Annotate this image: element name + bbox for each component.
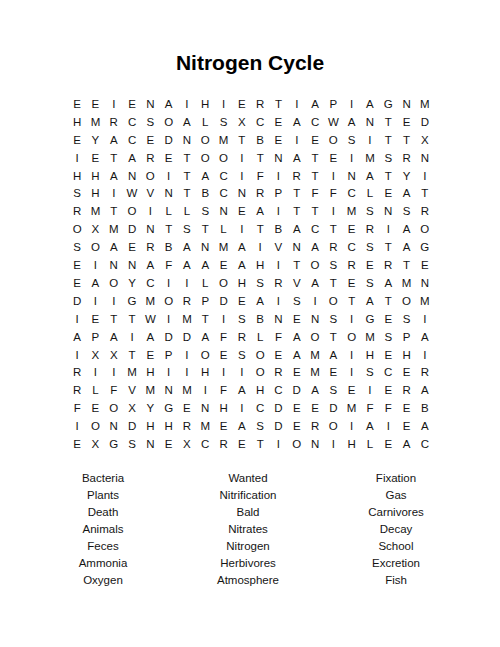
word-ammonia: Ammonia	[38, 555, 168, 572]
grid-cell-r14c4: I	[123, 328, 141, 346]
grid-cell-r7c16: M	[342, 202, 360, 220]
grid-cell-r1c10: E	[233, 95, 251, 113]
grid-cell-r1c1: E	[68, 95, 86, 113]
grid-cell-r3c10: T	[233, 131, 251, 149]
grid-cell-r2c13: A	[288, 113, 306, 131]
grid-cell-r1c6: A	[159, 95, 177, 113]
grid-cell-r10c4: N	[123, 256, 141, 274]
grid-cell-r13c19: S	[397, 310, 415, 328]
grid-cell-r18c15: D	[324, 399, 342, 417]
grid-cell-r9c7: A	[178, 238, 196, 256]
word-fish: Fish	[331, 572, 461, 589]
grid-cell-r17c17: I	[361, 381, 379, 399]
grid-cell-r2c18: T	[379, 113, 397, 131]
grid-cell-r13c9: I	[214, 310, 232, 328]
grid-cell-r17c16: E	[342, 381, 360, 399]
grid-cell-r10c16: R	[342, 256, 360, 274]
grid-cell-r10c12: I	[269, 256, 287, 274]
grid-cell-r19c19: E	[397, 417, 415, 435]
grid-cell-r1c2: E	[86, 95, 104, 113]
grid-cell-r6c16: C	[342, 184, 360, 202]
grid-cell-r4c2: E	[86, 149, 104, 167]
grid-cell-r6c11: R	[251, 184, 269, 202]
word-death: Death	[38, 504, 168, 521]
grid-cell-r19c14: R	[306, 417, 324, 435]
grid-cell-r5c5: O	[141, 167, 159, 185]
grid-cell-r19c10: A	[233, 417, 251, 435]
grid-cell-r9c8: N	[196, 238, 214, 256]
grid-cell-r8c20: O	[416, 220, 434, 238]
grid-cell-r2c10: X	[233, 113, 251, 131]
grid-cell-r17c10: A	[233, 381, 251, 399]
grid-cell-r15c13: A	[288, 346, 306, 364]
grid-cell-r11c16: E	[342, 274, 360, 292]
grid-cell-r13c6: I	[159, 310, 177, 328]
grid-cell-r12c12: I	[269, 292, 287, 310]
grid-cell-r9c5: R	[141, 238, 159, 256]
grid-cell-r10c19: T	[397, 256, 415, 274]
grid-cell-r7c5: I	[141, 202, 159, 220]
word-gas: Gas	[331, 487, 461, 504]
grid-cell-r15c16: I	[342, 346, 360, 364]
grid-cell-r1c17: A	[361, 95, 379, 113]
grid-cell-r9c10: A	[233, 238, 251, 256]
grid-cell-r16c13: E	[288, 363, 306, 381]
grid-cell-r7c7: L	[178, 202, 196, 220]
grid-cell-r15c3: X	[105, 346, 123, 364]
grid-cell-r10c10: A	[233, 256, 251, 274]
grid-cell-r3c9: M	[214, 131, 232, 149]
grid-cell-r6c1: S	[68, 184, 86, 202]
grid-cell-r16c14: M	[306, 363, 324, 381]
grid-cell-r3c13: I	[288, 131, 306, 149]
grid-cell-r8c11: T	[251, 220, 269, 238]
grid-cell-r5c20: I	[416, 167, 434, 185]
grid-cell-r16c2: I	[86, 363, 104, 381]
grid-cell-r10c20: E	[416, 256, 434, 274]
grid-cell-r12c1: D	[68, 292, 86, 310]
grid-cell-r20c4: S	[123, 435, 141, 453]
grid-cell-r6c2: H	[86, 184, 104, 202]
grid-cell-r18c16: M	[342, 399, 360, 417]
grid-cell-r3c17: I	[361, 131, 379, 149]
grid-cell-r8c7: S	[178, 220, 196, 238]
grid-cell-r13c5: W	[141, 310, 159, 328]
grid-cell-r20c15: I	[324, 435, 342, 453]
grid-cell-r14c10: R	[233, 328, 251, 346]
grid-cell-r20c7: X	[178, 435, 196, 453]
grid-cell-r20c18: E	[379, 435, 397, 453]
grid-cell-r12c8: P	[196, 292, 214, 310]
word-nitrates: Nitrates	[183, 521, 313, 538]
grid-cell-r1c19: N	[397, 95, 415, 113]
grid-cell-r1c8: H	[196, 95, 214, 113]
grid-cell-r7c4: O	[123, 202, 141, 220]
grid-cell-r18c17: F	[361, 399, 379, 417]
grid-cell-r10c15: S	[324, 256, 342, 274]
grid-cell-r12c15: O	[324, 292, 342, 310]
grid-cell-r6c10: N	[233, 184, 251, 202]
grid-cell-r20c16: H	[342, 435, 360, 453]
grid-cell-r17c19: R	[397, 381, 415, 399]
grid-cell-r18c6: G	[159, 399, 177, 417]
grid-cell-r5c7: T	[178, 167, 196, 185]
grid-cell-r19c7: R	[178, 417, 196, 435]
grid-cell-r18c13: E	[288, 399, 306, 417]
grid-cell-r6c20: T	[416, 184, 434, 202]
grid-cell-r3c18: T	[379, 131, 397, 149]
grid-cell-r10c17: E	[361, 256, 379, 274]
grid-cell-r6c19: A	[397, 184, 415, 202]
grid-cell-r17c7: M	[178, 381, 196, 399]
grid-cell-r8c15: T	[324, 220, 342, 238]
grid-cell-r3c6: D	[159, 131, 177, 149]
word-nitrogen: Nitrogen	[183, 538, 313, 555]
word-animals: Animals	[38, 521, 168, 538]
grid-cell-r4c3: T	[105, 149, 123, 167]
grid-cell-r6c12: P	[269, 184, 287, 202]
grid-cell-r10c1: E	[68, 256, 86, 274]
grid-cell-r11c5: C	[141, 274, 159, 292]
grid-cell-r14c9: F	[214, 328, 232, 346]
grid-cell-r15c2: X	[86, 346, 104, 364]
grid-cell-r9c14: A	[306, 238, 324, 256]
grid-cell-r17c9: F	[214, 381, 232, 399]
grid-cell-r17c4: V	[123, 381, 141, 399]
grid-cell-r3c16: S	[342, 131, 360, 149]
grid-cell-r13c17: G	[361, 310, 379, 328]
grid-cell-r16c18: C	[379, 363, 397, 381]
grid-cell-r11c9: O	[214, 274, 232, 292]
grid-cell-r19c17: A	[361, 417, 379, 435]
grid-cell-r17c20: A	[416, 381, 434, 399]
grid-cell-r2c19: E	[397, 113, 415, 131]
grid-cell-r7c20: R	[416, 202, 434, 220]
word-nitrification: Nitrification	[183, 487, 313, 504]
grid-cell-r8c2: X	[86, 220, 104, 238]
grid-cell-r12c7: R	[178, 292, 196, 310]
grid-cell-r11c1: E	[68, 274, 86, 292]
grid-cell-r17c13: D	[288, 381, 306, 399]
grid-cell-r20c20: C	[416, 435, 434, 453]
grid-cell-r8c1: O	[68, 220, 86, 238]
grid-cell-r18c9: H	[214, 399, 232, 417]
grid-cell-r9c18: T	[379, 238, 397, 256]
grid-cell-r19c4: D	[123, 417, 141, 435]
grid-cell-r16c16: I	[342, 363, 360, 381]
word-wanted: Wanted	[183, 470, 313, 487]
grid-cell-r12c10: E	[233, 292, 251, 310]
grid-cell-r12c19: O	[397, 292, 415, 310]
word-school: School	[331, 538, 461, 555]
grid-cell-r10c18: R	[379, 256, 397, 274]
grid-cell-r16c1: R	[68, 363, 86, 381]
grid-cell-r2c11: C	[251, 113, 269, 131]
grid-cell-r5c15: I	[324, 167, 342, 185]
grid-cell-r12c9: D	[214, 292, 232, 310]
grid-cell-r15c1: I	[68, 346, 86, 364]
grid-cell-r20c17: L	[361, 435, 379, 453]
grid-cell-r15c5: E	[141, 346, 159, 364]
grid-cell-r6c6: N	[159, 184, 177, 202]
grid-cell-r13c3: T	[105, 310, 123, 328]
grid-cell-r14c7: D	[178, 328, 196, 346]
grid-cell-r2c3: R	[105, 113, 123, 131]
grid-cell-r3c8: O	[196, 131, 214, 149]
grid-cell-r7c1: R	[68, 202, 86, 220]
grid-cell-r11c18: A	[379, 274, 397, 292]
grid-cell-r16c19: E	[397, 363, 415, 381]
grid-cell-r8c4: D	[123, 220, 141, 238]
word-excretion: Excretion	[331, 555, 461, 572]
grid-cell-r2c20: D	[416, 113, 434, 131]
grid-cell-r9c17: S	[361, 238, 379, 256]
grid-cell-r18c1: F	[68, 399, 86, 417]
grid-cell-r5c11: F	[251, 167, 269, 185]
grid-cell-r14c17: M	[361, 328, 379, 346]
grid-cell-r17c15: S	[324, 381, 342, 399]
grid-cell-r13c7: M	[178, 310, 196, 328]
grid-cell-r19c12: D	[269, 417, 287, 435]
grid-cell-r4c17: M	[361, 149, 379, 167]
grid-cell-r5c12: I	[269, 167, 287, 185]
grid-cell-r8c19: A	[397, 220, 415, 238]
grid-cell-r5c6: I	[159, 167, 177, 185]
grid-cell-r1c7: I	[178, 95, 196, 113]
grid-cell-r15c18: E	[379, 346, 397, 364]
grid-cell-r9c12: V	[269, 238, 287, 256]
grid-cell-r2c7: A	[178, 113, 196, 131]
grid-cell-r8c18: I	[379, 220, 397, 238]
grid-cell-r9c11: I	[251, 238, 269, 256]
grid-cell-r16c6: I	[159, 363, 177, 381]
grid-cell-r20c1: E	[68, 435, 86, 453]
grid-cell-r16c4: M	[123, 363, 141, 381]
grid-cell-r4c14: T	[306, 149, 324, 167]
word-list-column-1: BacteriaPlantsDeathAnimalsFecesAmmoniaOx…	[38, 470, 168, 589]
grid-cell-r4c1: I	[68, 149, 86, 167]
grid-cell-r16c9: I	[214, 363, 232, 381]
grid-cell-r17c2: L	[86, 381, 104, 399]
grid-cell-r4c12: N	[269, 149, 287, 167]
letter-grid: EEIENAIHIERTIAPIAGNMHMRCSOALSXCEACWANTED…	[68, 95, 434, 453]
grid-cell-r10c14: O	[306, 256, 324, 274]
grid-cell-r6c14: F	[306, 184, 324, 202]
grid-cell-r17c11: H	[251, 381, 269, 399]
grid-cell-r13c16: I	[342, 310, 360, 328]
grid-cell-r12c20: M	[416, 292, 434, 310]
grid-cell-r1c12: T	[269, 95, 287, 113]
grid-cell-r7c11: A	[251, 202, 269, 220]
grid-cell-r17c6: N	[159, 381, 177, 399]
grid-cell-r3c14: E	[306, 131, 324, 149]
grid-cell-r20c2: X	[86, 435, 104, 453]
grid-cell-r10c2: I	[86, 256, 104, 274]
grid-cell-r16c3: I	[105, 363, 123, 381]
grid-cell-r18c7: E	[178, 399, 196, 417]
grid-cell-r20c19: A	[397, 435, 415, 453]
word-list-column-3: FixationGasCarnivoresDecaySchoolExcretio…	[331, 470, 461, 589]
grid-cell-r15c6: P	[159, 346, 177, 364]
grid-cell-r4c10: I	[233, 149, 251, 167]
grid-cell-r1c5: N	[141, 95, 159, 113]
grid-cell-r3c5: E	[141, 131, 159, 149]
grid-cell-r8c3: M	[105, 220, 123, 238]
grid-cell-r20c8: C	[196, 435, 214, 453]
grid-cell-r1c16: I	[342, 95, 360, 113]
grid-cell-r11c20: N	[416, 274, 434, 292]
grid-cell-r18c3: O	[105, 399, 123, 417]
grid-cell-r4c15: E	[324, 149, 342, 167]
grid-cell-r15c19: H	[397, 346, 415, 364]
grid-cell-r13c14: N	[306, 310, 324, 328]
grid-cell-r4c6: E	[159, 149, 177, 167]
grid-cell-r16c10: I	[233, 363, 251, 381]
word-decay: Decay	[331, 521, 461, 538]
grid-cell-r17c5: M	[141, 381, 159, 399]
grid-cell-r8c17: R	[361, 220, 379, 238]
grid-cell-r13c10: S	[233, 310, 251, 328]
grid-cell-r2c5: S	[141, 113, 159, 131]
grid-cell-r17c18: E	[379, 381, 397, 399]
grid-cell-r4c16: I	[342, 149, 360, 167]
grid-cell-r6c18: E	[379, 184, 397, 202]
grid-cell-r3c7: N	[178, 131, 196, 149]
grid-cell-r11c3: O	[105, 274, 123, 292]
grid-cell-r15c9: E	[214, 346, 232, 364]
grid-cell-r14c12: F	[269, 328, 287, 346]
grid-cell-r12c16: T	[342, 292, 360, 310]
grid-cell-r14c15: T	[324, 328, 342, 346]
grid-cell-r1c20: M	[416, 95, 434, 113]
grid-cell-r12c2: I	[86, 292, 104, 310]
grid-cell-r11c17: S	[361, 274, 379, 292]
grid-cell-r2c17: N	[361, 113, 379, 131]
grid-cell-r6c3: I	[105, 184, 123, 202]
grid-cell-r12c5: M	[141, 292, 159, 310]
grid-cell-r20c10: E	[233, 435, 251, 453]
word-atmosphere: Atmosphere	[183, 572, 313, 589]
grid-cell-r13c4: T	[123, 310, 141, 328]
word-bald: Bald	[183, 504, 313, 521]
grid-cell-r14c14: O	[306, 328, 324, 346]
grid-cell-r3c20: X	[416, 131, 434, 149]
grid-cell-r13c2: E	[86, 310, 104, 328]
grid-cell-r7c9: N	[214, 202, 232, 220]
grid-cell-r12c14: I	[306, 292, 324, 310]
grid-cell-r14c2: P	[86, 328, 104, 346]
grid-cell-r19c1: I	[68, 417, 86, 435]
grid-cell-r14c13: A	[288, 328, 306, 346]
grid-cell-r19c5: H	[141, 417, 159, 435]
grid-cell-r3c19: T	[397, 131, 415, 149]
grid-cell-r5c18: T	[379, 167, 397, 185]
grid-cell-r20c9: R	[214, 435, 232, 453]
grid-cell-r16c20: R	[416, 363, 434, 381]
grid-cell-r9c2: O	[86, 238, 104, 256]
grid-cell-r10c8: A	[196, 256, 214, 274]
grid-cell-r2c4: C	[123, 113, 141, 131]
grid-cell-r19c8: M	[196, 417, 214, 435]
grid-cell-r6c15: F	[324, 184, 342, 202]
grid-cell-r12c18: T	[379, 292, 397, 310]
grid-cell-r12c11: A	[251, 292, 269, 310]
grid-cell-r3c3: A	[105, 131, 123, 149]
grid-cell-r3c1: E	[68, 131, 86, 149]
grid-cell-r14c5: A	[141, 328, 159, 346]
grid-cell-r11c12: R	[269, 274, 287, 292]
grid-cell-r14c11: L	[251, 328, 269, 346]
grid-cell-r16c8: H	[196, 363, 214, 381]
grid-cell-r18c4: X	[123, 399, 141, 417]
grid-cell-r13c20: I	[416, 310, 434, 328]
grid-cell-r17c1: R	[68, 381, 86, 399]
grid-cell-r6c4: W	[123, 184, 141, 202]
grid-cell-r10c9: E	[214, 256, 232, 274]
grid-cell-r18c12: D	[269, 399, 287, 417]
word-herbivores: Herbivores	[183, 555, 313, 572]
grid-cell-r7c2: M	[86, 202, 104, 220]
grid-cell-r9c16: C	[342, 238, 360, 256]
grid-cell-r8c6: T	[159, 220, 177, 238]
grid-cell-r10c13: T	[288, 256, 306, 274]
grid-cell-r5c19: Y	[397, 167, 415, 185]
grid-cell-r4c7: T	[178, 149, 196, 167]
grid-cell-r5c1: H	[68, 167, 86, 185]
grid-cell-r11c14: A	[306, 274, 324, 292]
grid-cell-r19c6: H	[159, 417, 177, 435]
grid-cell-r3c15: O	[324, 131, 342, 149]
grid-cell-r18c20: B	[416, 399, 434, 417]
grid-cell-r19c18: I	[379, 417, 397, 435]
word-plants: Plants	[38, 487, 168, 504]
grid-cell-r6c8: B	[196, 184, 214, 202]
grid-cell-r6c17: L	[361, 184, 379, 202]
grid-cell-r8c12: B	[269, 220, 287, 238]
grid-cell-r13c1: I	[68, 310, 86, 328]
word-list-column-2: WantedNitrificationBaldNitratesNitrogenH…	[183, 470, 313, 589]
grid-cell-r1c9: I	[214, 95, 232, 113]
grid-cell-r4c4: A	[123, 149, 141, 167]
grid-cell-r13c18: E	[379, 310, 397, 328]
grid-cell-r7c15: I	[324, 202, 342, 220]
grid-cell-r7c10: E	[233, 202, 251, 220]
grid-cell-r5c10: I	[233, 167, 251, 185]
grid-cell-r3c12: E	[269, 131, 287, 149]
grid-cell-r9c1: S	[68, 238, 86, 256]
grid-cell-r15c14: M	[306, 346, 324, 364]
grid-cell-r12c3: I	[105, 292, 123, 310]
grid-cell-r7c3: T	[105, 202, 123, 220]
grid-cell-r12c17: A	[361, 292, 379, 310]
grid-cell-r19c15: O	[324, 417, 342, 435]
grid-cell-r20c11: T	[251, 435, 269, 453]
grid-cell-r19c20: A	[416, 417, 434, 435]
grid-cell-r20c5: N	[141, 435, 159, 453]
grid-cell-r15c10: S	[233, 346, 251, 364]
grid-cell-r14c19: P	[397, 328, 415, 346]
grid-cell-r12c4: G	[123, 292, 141, 310]
grid-cell-r15c11: O	[251, 346, 269, 364]
grid-cell-r9c13: N	[288, 238, 306, 256]
grid-cell-r7c19: S	[397, 202, 415, 220]
grid-cell-r13c13: E	[288, 310, 306, 328]
grid-cell-r4c9: O	[214, 149, 232, 167]
grid-cell-r13c15: S	[324, 310, 342, 328]
grid-cell-r5c17: A	[361, 167, 379, 185]
grid-cell-r14c1: A	[68, 328, 86, 346]
grid-cell-r18c19: E	[397, 399, 415, 417]
